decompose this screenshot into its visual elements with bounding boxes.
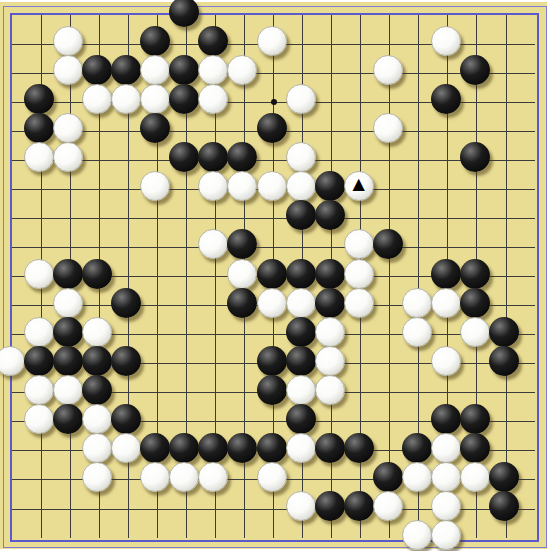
white-stone xyxy=(24,404,54,434)
white-stone: ▲ xyxy=(344,171,374,201)
black-stone xyxy=(460,259,490,289)
black-stone xyxy=(460,55,490,85)
black-stone xyxy=(53,404,83,434)
white-stone xyxy=(24,259,54,289)
black-stone xyxy=(344,491,374,521)
white-stone xyxy=(431,433,461,463)
black-stone xyxy=(24,346,54,376)
black-stone xyxy=(111,346,141,376)
black-stone xyxy=(286,317,316,347)
black-stone xyxy=(315,288,345,318)
white-stone xyxy=(24,375,54,405)
black-stone xyxy=(111,288,141,318)
white-stone xyxy=(460,462,490,492)
white-stone xyxy=(286,375,316,405)
black-stone xyxy=(315,200,345,230)
white-stone xyxy=(431,346,461,376)
grid-line-vertical xyxy=(389,15,390,538)
black-stone xyxy=(286,346,316,376)
black-stone xyxy=(140,433,170,463)
white-stone xyxy=(82,317,112,347)
black-stone xyxy=(257,346,287,376)
black-stone xyxy=(460,404,490,434)
white-stone xyxy=(53,375,83,405)
black-stone xyxy=(227,288,257,318)
white-stone xyxy=(373,491,403,521)
black-stone xyxy=(111,404,141,434)
black-stone xyxy=(257,375,287,405)
black-stone xyxy=(489,491,519,521)
white-stone xyxy=(344,229,374,259)
white-stone xyxy=(315,317,345,347)
white-stone xyxy=(53,288,83,318)
white-stone xyxy=(286,84,316,114)
white-stone xyxy=(82,462,112,492)
black-stone xyxy=(53,346,83,376)
grid-line-vertical xyxy=(506,15,507,538)
white-stone xyxy=(227,259,257,289)
white-stone xyxy=(257,288,287,318)
black-stone xyxy=(489,462,519,492)
black-stone xyxy=(344,433,374,463)
white-stone xyxy=(431,462,461,492)
white-stone xyxy=(431,26,461,56)
white-stone xyxy=(24,317,54,347)
black-stone xyxy=(53,317,83,347)
white-stone xyxy=(402,462,432,492)
black-stone xyxy=(402,433,432,463)
black-stone xyxy=(257,259,287,289)
white-stone xyxy=(344,259,374,289)
black-stone xyxy=(257,433,287,463)
black-stone xyxy=(460,288,490,318)
black-stone xyxy=(257,113,287,143)
white-stone xyxy=(53,26,83,56)
last-move-triangle-marker-icon: ▲ xyxy=(345,169,373,199)
black-stone xyxy=(286,200,316,230)
black-stone xyxy=(315,433,345,463)
white-stone xyxy=(344,288,374,318)
black-stone xyxy=(286,404,316,434)
black-stone xyxy=(431,404,461,434)
black-stone xyxy=(82,375,112,405)
white-stone xyxy=(431,520,461,550)
white-stone xyxy=(286,288,316,318)
white-stone xyxy=(431,491,461,521)
go-board[interactable]: ▲ xyxy=(0,0,550,551)
white-stone xyxy=(460,317,490,347)
black-stone xyxy=(286,259,316,289)
black-stone xyxy=(315,171,345,201)
black-stone xyxy=(431,84,461,114)
white-stone xyxy=(315,346,345,376)
black-stone xyxy=(82,346,112,376)
black-stone xyxy=(315,259,345,289)
white-stone xyxy=(286,171,316,201)
black-stone xyxy=(460,433,490,463)
white-stone xyxy=(257,171,287,201)
white-stone xyxy=(82,404,112,434)
white-stone xyxy=(111,433,141,463)
white-stone xyxy=(431,288,461,318)
black-stone xyxy=(373,462,403,492)
white-stone xyxy=(373,113,403,143)
white-stone xyxy=(373,55,403,85)
black-stone xyxy=(431,259,461,289)
white-stone xyxy=(286,491,316,521)
white-stone xyxy=(286,433,316,463)
white-stone xyxy=(257,26,287,56)
white-stone xyxy=(82,433,112,463)
white-stone xyxy=(402,288,432,318)
white-stone xyxy=(315,375,345,405)
black-stone xyxy=(53,259,83,289)
black-stone xyxy=(489,317,519,347)
black-stone xyxy=(315,491,345,521)
white-stone xyxy=(286,142,316,172)
white-stone xyxy=(257,462,287,492)
black-stone xyxy=(82,259,112,289)
white-stone xyxy=(402,317,432,347)
star-point xyxy=(271,99,277,105)
black-stone xyxy=(489,346,519,376)
white-stone xyxy=(402,520,432,550)
